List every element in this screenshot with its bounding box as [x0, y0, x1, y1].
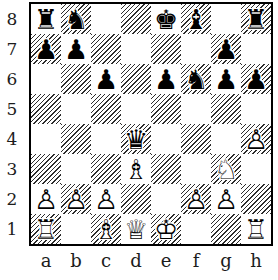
piece-white-knight-g3[interactable]: ♞♘ [211, 154, 241, 184]
black-bishop-icon: ♝ [181, 4, 211, 34]
piece-white-bishop-d3[interactable]: ♝♗ [121, 154, 151, 184]
board: ♜♞♚♝♜♟♟♟♟♟♞♟♟♛♟♙♝♗♞♘♟♙♟♙♟♙♟♙♟♙♜♖♝♗♛♕♚♔♜♖ [29, 2, 273, 246]
square-g5[interactable] [211, 94, 241, 124]
white-pawn-icon: ♙ [61, 184, 91, 214]
rank-label-5: 5 [0, 94, 24, 124]
square-a5[interactable] [31, 94, 61, 124]
black-pawn-icon: ♟ [31, 34, 61, 64]
file-label-f: f [181, 247, 211, 277]
piece-black-knight-f6[interactable]: ♞ [181, 64, 211, 94]
square-a8[interactable]: ♜ [31, 4, 61, 34]
piece-white-rook-h1[interactable]: ♜♖ [241, 214, 271, 244]
piece-black-rook-h8[interactable]: ♜ [241, 4, 271, 34]
black-pawn-icon: ♟ [61, 34, 91, 64]
rank-label-7: 7 [0, 34, 24, 64]
piece-black-pawn-e6[interactable]: ♟ [151, 64, 181, 94]
square-h6[interactable]: ♟ [241, 64, 271, 94]
piece-white-rook-a1[interactable]: ♜♖ [31, 214, 61, 244]
white-bishop-icon: ♗ [91, 214, 121, 244]
black-rook-icon: ♜ [31, 4, 61, 34]
square-c4[interactable] [91, 124, 121, 154]
piece-black-knight-b8[interactable]: ♞ [61, 4, 91, 34]
rank-label-2: 2 [0, 184, 24, 214]
square-b3[interactable] [61, 154, 91, 184]
square-b8[interactable]: ♞ [61, 4, 91, 34]
square-a1[interactable]: ♜♖ [31, 214, 61, 244]
square-e8[interactable]: ♚ [151, 4, 181, 34]
file-label-g: g [211, 247, 241, 277]
white-pawn-icon: ♙ [31, 184, 61, 214]
piece-black-king-e8[interactable]: ♚ [151, 4, 181, 34]
square-b4[interactable] [61, 124, 91, 154]
white-king-icon: ♔ [151, 214, 181, 244]
square-f5[interactable] [181, 94, 211, 124]
square-d2[interactable] [121, 184, 151, 214]
square-d4[interactable]: ♛ [121, 124, 151, 154]
square-e7[interactable] [151, 34, 181, 64]
piece-white-pawn-h4[interactable]: ♟♙ [241, 124, 271, 154]
square-e4[interactable] [151, 124, 181, 154]
square-d6[interactable] [121, 64, 151, 94]
square-g3[interactable]: ♞♘ [211, 154, 241, 184]
piece-white-bishop-c1[interactable]: ♝♗ [91, 214, 121, 244]
black-pawn-icon: ♟ [211, 64, 241, 94]
square-e5[interactable] [151, 94, 181, 124]
rank-label-3: 3 [0, 154, 24, 184]
piece-black-queen-d4[interactable]: ♛ [121, 124, 151, 154]
square-d8[interactable] [121, 4, 151, 34]
black-king-icon: ♚ [151, 4, 181, 34]
square-h5[interactable] [241, 94, 271, 124]
square-h1[interactable]: ♜♖ [241, 214, 271, 244]
square-b1[interactable] [61, 214, 91, 244]
file-label-a: a [31, 247, 61, 277]
black-queen-icon: ♛ [121, 124, 151, 154]
file-label-e: e [151, 247, 181, 277]
square-h7[interactable] [241, 34, 271, 64]
file-label-d: d [121, 247, 151, 277]
rank-labels: 87654321 [0, 2, 24, 246]
piece-black-bishop-f8[interactable]: ♝ [181, 4, 211, 34]
square-h2[interactable] [241, 184, 271, 214]
square-g4[interactable] [211, 124, 241, 154]
piece-white-pawn-f2[interactable]: ♟♙ [181, 184, 211, 214]
piece-white-pawn-g2[interactable]: ♟♙ [211, 184, 241, 214]
square-c1[interactable]: ♝♗ [91, 214, 121, 244]
piece-white-pawn-c2[interactable]: ♟♙ [91, 184, 121, 214]
square-e6[interactable]: ♟ [151, 64, 181, 94]
file-label-h: h [241, 247, 271, 277]
square-h4[interactable]: ♟♙ [241, 124, 271, 154]
square-c3[interactable] [91, 154, 121, 184]
square-d1[interactable]: ♛♕ [121, 214, 151, 244]
square-f4[interactable] [181, 124, 211, 154]
square-e3[interactable] [151, 154, 181, 184]
square-a4[interactable] [31, 124, 61, 154]
square-e2[interactable] [151, 184, 181, 214]
black-knight-icon: ♞ [61, 4, 91, 34]
square-c5[interactable] [91, 94, 121, 124]
square-g1[interactable] [211, 214, 241, 244]
white-pawn-icon: ♙ [181, 184, 211, 214]
black-pawn-icon: ♟ [151, 64, 181, 94]
file-labels: abcdefgh [31, 247, 271, 277]
piece-white-queen-d1[interactable]: ♛♕ [121, 214, 151, 244]
piece-black-pawn-g6[interactable]: ♟ [211, 64, 241, 94]
piece-black-pawn-b7[interactable]: ♟ [61, 34, 91, 64]
square-h8[interactable]: ♜ [241, 4, 271, 34]
white-pawn-icon: ♙ [211, 184, 241, 214]
piece-black-pawn-h6[interactable]: ♟ [241, 64, 271, 94]
file-label-c: c [91, 247, 121, 277]
square-f3[interactable] [181, 154, 211, 184]
white-queen-icon: ♕ [121, 214, 151, 244]
piece-white-pawn-b2[interactable]: ♟♙ [61, 184, 91, 214]
square-a3[interactable] [31, 154, 61, 184]
square-g2[interactable]: ♟♙ [211, 184, 241, 214]
white-pawn-icon: ♙ [91, 184, 121, 214]
white-knight-icon: ♘ [211, 154, 241, 184]
square-g6[interactable]: ♟ [211, 64, 241, 94]
piece-black-rook-a8[interactable]: ♜ [31, 4, 61, 34]
white-bishop-icon: ♗ [121, 154, 151, 184]
square-b6[interactable] [61, 64, 91, 94]
black-knight-icon: ♞ [181, 64, 211, 94]
rank-label-6: 6 [0, 64, 24, 94]
square-f6[interactable]: ♞ [181, 64, 211, 94]
black-pawn-icon: ♟ [211, 34, 241, 64]
white-rook-icon: ♖ [241, 214, 271, 244]
square-c2[interactable]: ♟♙ [91, 184, 121, 214]
square-b2[interactable]: ♟♙ [61, 184, 91, 214]
square-g8[interactable] [211, 4, 241, 34]
black-pawn-icon: ♟ [241, 64, 271, 94]
square-g7[interactable]: ♟ [211, 34, 241, 64]
piece-black-pawn-c6[interactable]: ♟ [91, 64, 121, 94]
square-h3[interactable] [241, 154, 271, 184]
piece-black-pawn-g7[interactable]: ♟ [211, 34, 241, 64]
black-pawn-icon: ♟ [91, 64, 121, 94]
file-label-b: b [61, 247, 91, 277]
white-pawn-icon: ♙ [241, 124, 271, 154]
square-c7[interactable] [91, 34, 121, 64]
square-f1[interactable] [181, 214, 211, 244]
square-d5[interactable] [121, 94, 151, 124]
rank-label-1: 1 [0, 214, 24, 244]
square-a7[interactable]: ♟ [31, 34, 61, 64]
rank-label-4: 4 [0, 124, 24, 154]
square-e1[interactable]: ♚♔ [151, 214, 181, 244]
white-rook-icon: ♖ [31, 214, 61, 244]
square-f8[interactable]: ♝ [181, 4, 211, 34]
square-a6[interactable] [31, 64, 61, 94]
black-rook-icon: ♜ [241, 4, 271, 34]
square-b7[interactable]: ♟ [61, 34, 91, 64]
square-d7[interactable] [121, 34, 151, 64]
chess-diagram-page: 87654321 ♜♞♚♝♜♟♟♟♟♟♞♟♟♛♟♙♝♗♞♘♟♙♟♙♟♙♟♙♟♙♜… [0, 0, 278, 280]
rank-label-8: 8 [0, 4, 24, 34]
square-d3[interactable]: ♝♗ [121, 154, 151, 184]
piece-white-pawn-a2[interactable]: ♟♙ [31, 184, 61, 214]
square-c6[interactable]: ♟ [91, 64, 121, 94]
square-c8[interactable] [91, 4, 121, 34]
square-f7[interactable] [181, 34, 211, 64]
piece-black-pawn-a7[interactable]: ♟ [31, 34, 61, 64]
square-b5[interactable] [61, 94, 91, 124]
square-a2[interactable]: ♟♙ [31, 184, 61, 214]
square-f2[interactable]: ♟♙ [181, 184, 211, 214]
piece-white-king-e1[interactable]: ♚♔ [151, 214, 181, 244]
